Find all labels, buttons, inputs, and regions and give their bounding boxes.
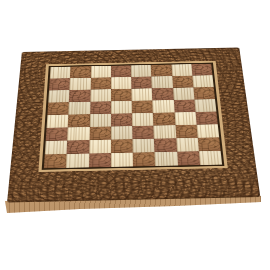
square-a8[interactable] (50, 67, 71, 79)
square-e1[interactable] (133, 152, 156, 166)
square-g5[interactable] (173, 100, 195, 113)
square-e4[interactable] (132, 113, 154, 126)
board-grid (44, 64, 222, 169)
chess-board (7, 47, 260, 202)
square-d5[interactable] (111, 101, 132, 114)
square-d1[interactable] (111, 153, 133, 167)
square-h7[interactable] (192, 75, 214, 87)
square-a3[interactable] (46, 127, 68, 141)
square-c5[interactable] (90, 101, 111, 114)
square-c7[interactable] (90, 77, 111, 89)
square-e7[interactable] (131, 76, 152, 88)
square-d4[interactable] (111, 113, 132, 126)
square-d2[interactable] (111, 139, 133, 153)
square-b3[interactable] (67, 127, 89, 141)
square-e6[interactable] (131, 88, 152, 101)
square-a7[interactable] (49, 78, 70, 90)
square-h4[interactable] (195, 112, 217, 125)
board-tilt-wrapper (0, 0, 270, 270)
square-h6[interactable] (193, 87, 215, 100)
square-f6[interactable] (152, 88, 173, 101)
square-b1[interactable] (66, 154, 89, 168)
square-g6[interactable] (173, 87, 195, 100)
square-h1[interactable] (199, 151, 222, 165)
square-g8[interactable] (171, 64, 192, 76)
square-f5[interactable] (152, 100, 174, 113)
square-b2[interactable] (67, 140, 89, 154)
square-g4[interactable] (174, 112, 196, 125)
square-d8[interactable] (111, 65, 131, 77)
playing-area-frame (42, 63, 225, 170)
square-d3[interactable] (111, 126, 133, 140)
square-c8[interactable] (90, 66, 110, 78)
square-e3[interactable] (132, 126, 154, 140)
square-g3[interactable] (175, 125, 198, 139)
product-photo (0, 0, 270, 270)
square-b7[interactable] (70, 78, 91, 90)
square-c6[interactable] (90, 89, 111, 102)
square-g1[interactable] (177, 151, 200, 165)
square-b4[interactable] (68, 114, 90, 127)
square-b5[interactable] (69, 102, 90, 115)
square-b8[interactable] (70, 66, 91, 78)
square-h3[interactable] (196, 124, 219, 138)
square-a6[interactable] (48, 90, 69, 103)
square-b6[interactable] (69, 90, 90, 103)
square-h5[interactable] (194, 99, 216, 112)
square-a2[interactable] (45, 141, 68, 155)
square-f2[interactable] (154, 138, 177, 152)
square-d7[interactable] (111, 77, 132, 89)
square-c4[interactable] (89, 114, 110, 127)
square-f4[interactable] (153, 112, 175, 125)
square-c3[interactable] (89, 127, 111, 141)
square-a5[interactable] (47, 102, 69, 115)
square-e8[interactable] (131, 65, 152, 77)
square-g7[interactable] (172, 76, 193, 88)
square-e2[interactable] (132, 139, 154, 153)
square-h8[interactable] (191, 64, 212, 76)
square-g2[interactable] (176, 138, 199, 152)
square-c1[interactable] (88, 153, 110, 167)
square-a4[interactable] (47, 115, 69, 128)
square-f7[interactable] (151, 76, 172, 88)
square-d6[interactable] (111, 89, 132, 102)
square-f8[interactable] (151, 65, 172, 77)
square-f1[interactable] (155, 152, 178, 166)
square-f3[interactable] (154, 125, 176, 139)
square-c2[interactable] (89, 140, 111, 154)
square-a1[interactable] (44, 154, 67, 168)
square-h2[interactable] (197, 137, 220, 151)
square-e5[interactable] (132, 100, 153, 113)
